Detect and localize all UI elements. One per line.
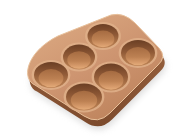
cup-floor [71, 91, 97, 110]
product-photo [0, 0, 189, 140]
cup-floor [126, 47, 151, 65]
cup-floor [67, 51, 90, 69]
cup-floor [92, 30, 115, 47]
cup-floor [39, 69, 64, 87]
muffin-cup-4 [32, 60, 71, 90]
muffin-cup-3 [119, 38, 158, 68]
muffin-pan-image [0, 0, 189, 140]
muffin-cup-6 [64, 82, 105, 113]
cup-floor [99, 71, 124, 90]
